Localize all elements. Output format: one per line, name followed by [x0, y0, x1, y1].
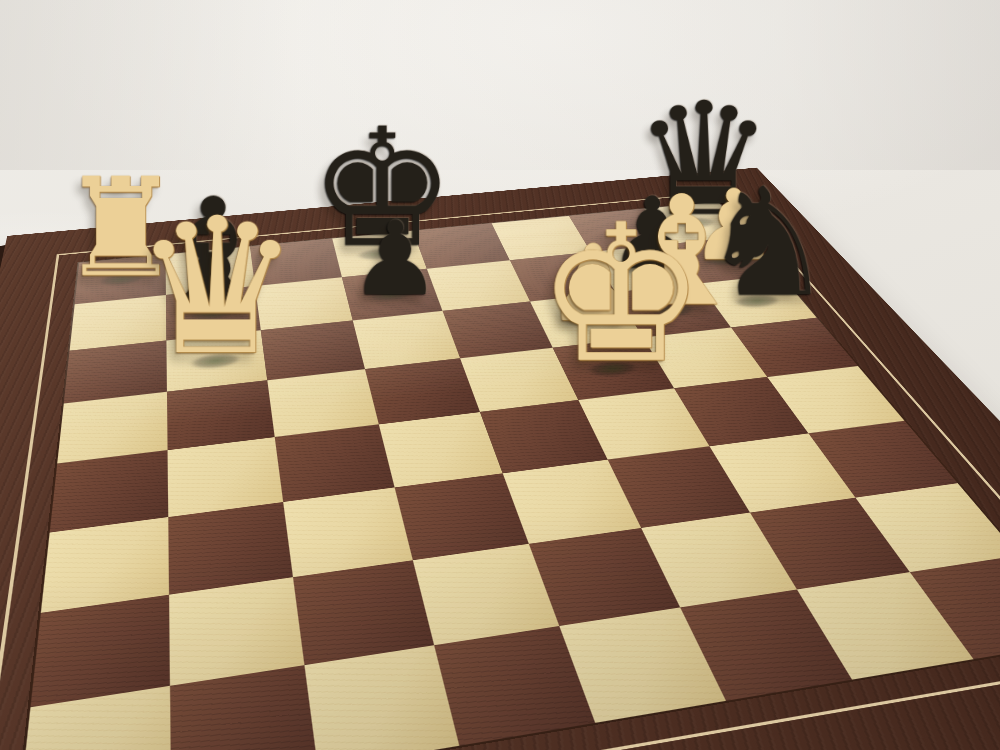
backdrop-shading	[0, 0, 1000, 170]
square-f3[interactable]	[283, 487, 413, 577]
white-queen-g6[interactable]: ♛	[133, 198, 302, 377]
square-g5[interactable]	[167, 380, 275, 450]
square-g2[interactable]	[169, 577, 304, 686]
photo-stage: ♜♚♛♝♟♟♟♛♟♝♞♚	[0, 0, 1000, 750]
square-e5[interactable]	[365, 358, 480, 424]
white-king-c5[interactable]: ♚	[536, 204, 706, 384]
square-g3[interactable]	[168, 502, 293, 595]
black-pawn-e7[interactable]: ♟	[350, 211, 441, 308]
